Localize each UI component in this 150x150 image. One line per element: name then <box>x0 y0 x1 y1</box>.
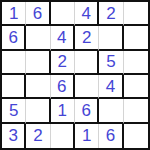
cell-r1c2[interactable]: 6 <box>26 2 50 26</box>
cell-r1c1[interactable]: 1 <box>2 2 26 26</box>
cell-r5c1[interactable]: 5 <box>2 99 26 123</box>
cell-r6c5[interactable]: 6 <box>99 124 123 148</box>
cell-r4c4[interactable] <box>75 75 99 99</box>
cell-r5c6[interactable] <box>124 99 148 123</box>
cell-r4c1[interactable] <box>2 75 26 99</box>
cell-r3c6[interactable] <box>124 51 148 75</box>
cell-r3c5[interactable]: 5 <box>99 51 123 75</box>
cell-r5c5[interactable] <box>99 99 123 123</box>
cell-r2c2[interactable] <box>26 26 50 50</box>
cell-r2c6[interactable] <box>124 26 148 50</box>
cell-r4c6[interactable] <box>124 75 148 99</box>
cell-r5c4[interactable]: 6 <box>75 99 99 123</box>
cell-r6c4[interactable]: 1 <box>75 124 99 148</box>
cell-r5c2[interactable] <box>26 99 50 123</box>
cell-r2c4[interactable]: 2 <box>75 26 99 50</box>
cell-r6c6[interactable] <box>124 124 148 148</box>
cell-r6c1[interactable]: 3 <box>2 124 26 148</box>
cell-r1c6[interactable] <box>124 2 148 26</box>
cell-r1c5[interactable]: 2 <box>99 2 123 26</box>
cell-r4c3[interactable]: 6 <box>51 75 75 99</box>
cell-r2c5[interactable] <box>99 26 123 50</box>
cell-r3c4[interactable] <box>75 51 99 75</box>
cell-r2c3[interactable]: 4 <box>51 26 75 50</box>
cell-r1c4[interactable]: 4 <box>75 2 99 26</box>
cell-r6c2[interactable]: 2 <box>26 124 50 148</box>
cell-r3c1[interactable] <box>2 51 26 75</box>
cell-r6c3[interactable] <box>51 124 75 148</box>
cell-r4c2[interactable] <box>26 75 50 99</box>
cell-r4c5[interactable]: 4 <box>99 75 123 99</box>
cell-r5c3[interactable]: 1 <box>51 99 75 123</box>
cell-r3c2[interactable] <box>26 51 50 75</box>
board: 1 6 4 2 6 4 2 2 5 6 4 5 1 6 3 2 1 6 <box>0 0 150 150</box>
cell-r3c3[interactable]: 2 <box>51 51 75 75</box>
cell-r1c3[interactable] <box>51 2 75 26</box>
cell-r2c1[interactable]: 6 <box>2 26 26 50</box>
